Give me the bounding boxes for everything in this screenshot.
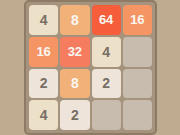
game-board-2048[interactable]: 4 8 64 16 16 32 4 2 8 2 4 2 (24, 0, 157, 135)
tile-r4c2: 2 (60, 100, 89, 130)
empty-cell-r4c4 (123, 100, 152, 130)
tile-r3c3: 2 (92, 69, 121, 99)
tile-r4c1: 4 (29, 100, 58, 130)
empty-cell-r2c4 (123, 37, 152, 67)
tile-r2c2: 32 (60, 37, 89, 67)
empty-cell-r4c3 (92, 100, 121, 130)
tile-r1c1: 4 (29, 5, 58, 35)
tile-r2c1: 16 (29, 37, 58, 67)
empty-cell-r3c4 (123, 69, 152, 99)
tile-r3c1: 2 (29, 69, 58, 99)
tile-r1c2: 8 (60, 5, 89, 35)
tile-r1c4: 16 (123, 5, 152, 35)
page-background: { "game": "2048", "position": { "rows": … (0, 0, 180, 135)
tile-r1c3: 64 (92, 5, 121, 35)
tile-r3c2: 8 (60, 69, 89, 99)
tile-r2c3: 4 (92, 37, 121, 67)
